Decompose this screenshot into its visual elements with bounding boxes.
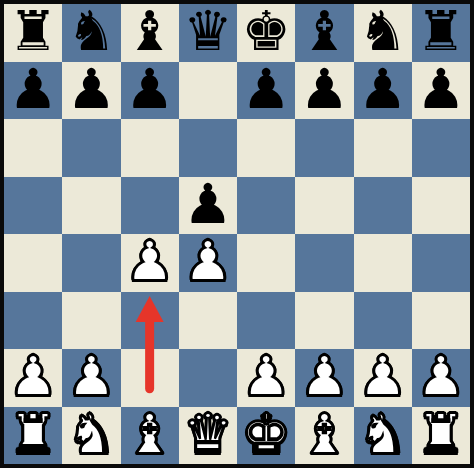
black-queen-d8[interactable]: ♛ xyxy=(183,4,232,59)
square-f5[interactable] xyxy=(295,177,353,235)
white-knight-g1[interactable]: ♞ xyxy=(358,407,407,462)
white-pawn-b2[interactable]: ♟ xyxy=(67,349,116,404)
square-e6[interactable] xyxy=(237,119,295,177)
square-e4[interactable] xyxy=(237,234,295,292)
square-g6[interactable] xyxy=(354,119,412,177)
square-g2[interactable]: ♟ xyxy=(354,349,412,407)
white-rook-a1[interactable]: ♜ xyxy=(8,407,57,462)
square-h7[interactable]: ♟ xyxy=(412,62,470,120)
white-knight-b1[interactable]: ♞ xyxy=(67,407,116,462)
black-rook-h8[interactable]: ♜ xyxy=(416,4,465,59)
square-b8[interactable]: ♞ xyxy=(62,4,120,62)
black-knight-b8[interactable]: ♞ xyxy=(67,4,116,59)
square-c8[interactable]: ♝ xyxy=(121,4,179,62)
square-b3[interactable] xyxy=(62,292,120,350)
square-d3[interactable] xyxy=(179,292,237,350)
square-a4[interactable] xyxy=(4,234,62,292)
square-g8[interactable]: ♞ xyxy=(354,4,412,62)
black-pawn-g7[interactable]: ♟ xyxy=(358,62,407,117)
square-b2[interactable]: ♟ xyxy=(62,349,120,407)
chess-app: ♜♞♝♛♚♝♞♜♟♟♟♟♟♟♟♟♟♟♟♟♟♟♟♟♜♞♝♛♚♝♞♜ xyxy=(0,0,474,468)
black-bishop-c8[interactable]: ♝ xyxy=(125,4,174,59)
black-pawn-d5[interactable]: ♟ xyxy=(183,177,232,232)
square-f2[interactable]: ♟ xyxy=(295,349,353,407)
square-h4[interactable] xyxy=(412,234,470,292)
square-e5[interactable] xyxy=(237,177,295,235)
black-rook-a8[interactable]: ♜ xyxy=(8,4,57,59)
white-bishop-c1[interactable]: ♝ xyxy=(125,407,174,462)
square-e7[interactable]: ♟ xyxy=(237,62,295,120)
square-d8[interactable]: ♛ xyxy=(179,4,237,62)
white-queen-d1[interactable]: ♛ xyxy=(183,407,232,462)
white-pawn-c4[interactable]: ♟ xyxy=(125,234,174,289)
square-g1[interactable]: ♞ xyxy=(354,407,412,465)
white-pawn-h2[interactable]: ♟ xyxy=(416,349,465,404)
white-king-e1[interactable]: ♚ xyxy=(241,407,290,462)
square-c1[interactable]: ♝ xyxy=(121,407,179,465)
square-a5[interactable] xyxy=(4,177,62,235)
black-pawn-b7[interactable]: ♟ xyxy=(67,62,116,117)
square-d2[interactable] xyxy=(179,349,237,407)
square-a8[interactable]: ♜ xyxy=(4,4,62,62)
white-bishop-f1[interactable]: ♝ xyxy=(300,407,349,462)
square-h3[interactable] xyxy=(412,292,470,350)
square-f8[interactable]: ♝ xyxy=(295,4,353,62)
white-rook-h1[interactable]: ♜ xyxy=(416,407,465,462)
square-a7[interactable]: ♟ xyxy=(4,62,62,120)
square-c2[interactable] xyxy=(121,349,179,407)
square-g7[interactable]: ♟ xyxy=(354,62,412,120)
square-c7[interactable]: ♟ xyxy=(121,62,179,120)
square-d5[interactable]: ♟ xyxy=(179,177,237,235)
white-pawn-g2[interactable]: ♟ xyxy=(358,349,407,404)
black-pawn-e7[interactable]: ♟ xyxy=(241,62,290,117)
chess-board[interactable]: ♜♞♝♛♚♝♞♜♟♟♟♟♟♟♟♟♟♟♟♟♟♟♟♟♜♞♝♛♚♝♞♜ xyxy=(0,0,474,468)
square-d4[interactable]: ♟ xyxy=(179,234,237,292)
square-f4[interactable] xyxy=(295,234,353,292)
square-h5[interactable] xyxy=(412,177,470,235)
square-e2[interactable]: ♟ xyxy=(237,349,295,407)
square-b6[interactable] xyxy=(62,119,120,177)
white-pawn-f2[interactable]: ♟ xyxy=(300,349,349,404)
black-pawn-f7[interactable]: ♟ xyxy=(300,62,349,117)
square-h6[interactable] xyxy=(412,119,470,177)
black-pawn-a7[interactable]: ♟ xyxy=(8,62,57,117)
black-king-e8[interactable]: ♚ xyxy=(241,4,290,59)
square-g3[interactable] xyxy=(354,292,412,350)
white-pawn-a2[interactable]: ♟ xyxy=(8,349,57,404)
square-c4[interactable]: ♟ xyxy=(121,234,179,292)
square-b5[interactable] xyxy=(62,177,120,235)
white-pawn-e2[interactable]: ♟ xyxy=(241,349,290,404)
square-d6[interactable] xyxy=(179,119,237,177)
square-a6[interactable] xyxy=(4,119,62,177)
square-c6[interactable] xyxy=(121,119,179,177)
square-f1[interactable]: ♝ xyxy=(295,407,353,465)
square-b4[interactable] xyxy=(62,234,120,292)
square-a3[interactable] xyxy=(4,292,62,350)
square-f6[interactable] xyxy=(295,119,353,177)
square-c3[interactable] xyxy=(121,292,179,350)
square-h1[interactable]: ♜ xyxy=(412,407,470,465)
square-h2[interactable]: ♟ xyxy=(412,349,470,407)
square-e3[interactable] xyxy=(237,292,295,350)
black-knight-g8[interactable]: ♞ xyxy=(358,4,407,59)
square-d7[interactable] xyxy=(179,62,237,120)
square-g5[interactable] xyxy=(354,177,412,235)
square-f7[interactable]: ♟ xyxy=(295,62,353,120)
black-pawn-c7[interactable]: ♟ xyxy=(125,62,174,117)
square-h8[interactable]: ♜ xyxy=(412,4,470,62)
white-pawn-d4[interactable]: ♟ xyxy=(183,234,232,289)
square-e8[interactable]: ♚ xyxy=(237,4,295,62)
black-bishop-f8[interactable]: ♝ xyxy=(300,4,349,59)
square-a1[interactable]: ♜ xyxy=(4,407,62,465)
square-a2[interactable]: ♟ xyxy=(4,349,62,407)
square-c5[interactable] xyxy=(121,177,179,235)
square-d1[interactable]: ♛ xyxy=(179,407,237,465)
square-e1[interactable]: ♚ xyxy=(237,407,295,465)
square-b1[interactable]: ♞ xyxy=(62,407,120,465)
black-pawn-h7[interactable]: ♟ xyxy=(416,62,465,117)
square-f3[interactable] xyxy=(295,292,353,350)
square-b7[interactable]: ♟ xyxy=(62,62,120,120)
square-g4[interactable] xyxy=(354,234,412,292)
